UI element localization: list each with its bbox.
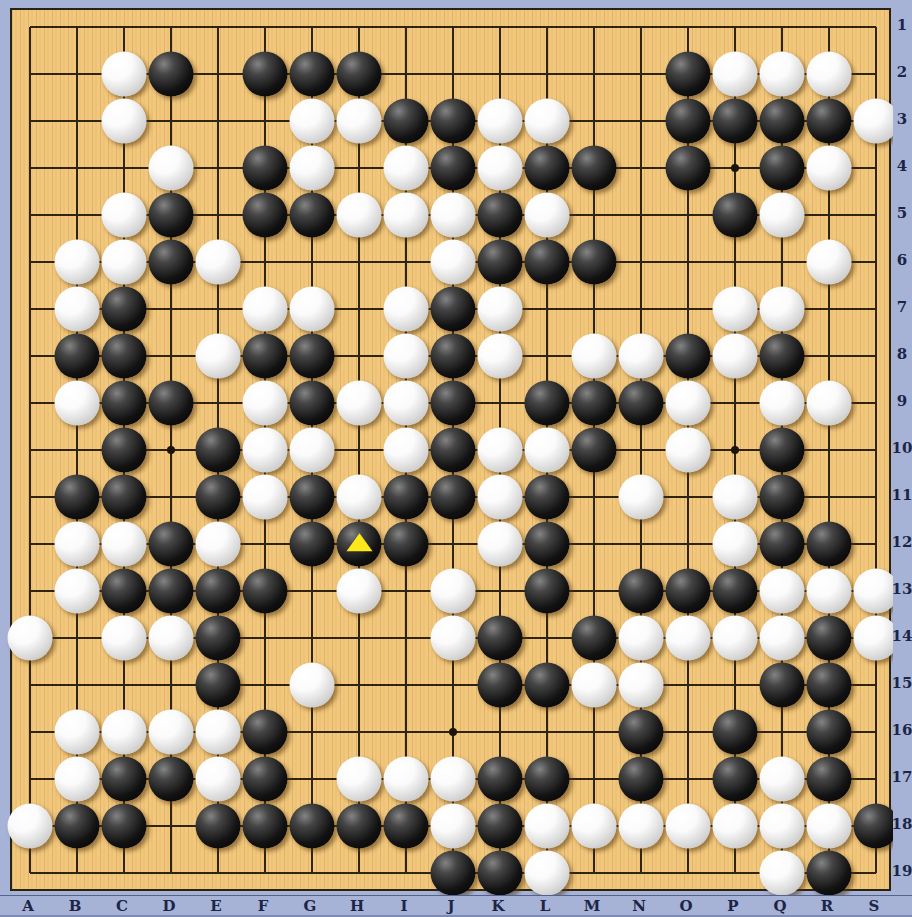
black-stone [760,522,805,567]
grid-line-horizontal [30,684,876,686]
black-stone [713,569,758,614]
white-stone [384,428,429,473]
white-stone [337,99,382,144]
black-stone [102,475,147,520]
black-stone [431,428,476,473]
black-stone [290,193,335,238]
white-stone [478,475,523,520]
white-stone [807,52,852,97]
black-stone [337,522,382,567]
last-move-triangle-marker [346,533,372,551]
column-label: D [162,897,175,915]
column-label: Q [773,897,786,915]
row-label: 4 [897,157,907,175]
white-stone [102,99,147,144]
white-stone [102,52,147,97]
column-label: M [584,897,601,915]
white-stone [55,381,100,426]
white-stone [431,616,476,661]
column-label: A [22,897,34,915]
white-stone [666,804,711,849]
black-stone [525,240,570,285]
black-stone [713,710,758,755]
white-stone [8,616,53,661]
white-stone [196,334,241,379]
black-stone [760,146,805,191]
white-stone [431,757,476,802]
white-stone [525,428,570,473]
row-label: 7 [897,298,907,316]
white-stone [807,804,852,849]
white-stone [713,52,758,97]
black-stone [243,52,288,97]
column-label: G [304,897,317,915]
white-stone [478,334,523,379]
black-stone [290,381,335,426]
row-label: 10 [892,439,912,457]
black-stone [196,663,241,708]
white-stone [619,804,664,849]
black-stone [196,569,241,614]
black-stone [102,334,147,379]
white-stone [666,381,711,426]
hoshi-star-point [167,446,175,454]
white-stone [572,663,617,708]
black-stone [478,193,523,238]
white-stone [478,99,523,144]
white-stone [149,710,194,755]
white-stone [525,804,570,849]
black-stone [619,569,664,614]
black-stone [243,334,288,379]
black-stone [243,710,288,755]
black-stone [619,757,664,802]
black-stone [243,193,288,238]
black-stone [666,99,711,144]
white-stone [760,381,805,426]
column-label: J [447,897,454,915]
black-stone [102,804,147,849]
black-stone [290,804,335,849]
black-stone [666,146,711,191]
white-stone [290,428,335,473]
white-stone [478,287,523,332]
white-stone [431,569,476,614]
white-stone [102,616,147,661]
white-stone [55,710,100,755]
row-label: 3 [897,110,907,128]
black-stone [102,569,147,614]
black-stone [572,616,617,661]
black-stone [290,334,335,379]
white-stone [431,804,476,849]
row-label: 13 [892,580,912,598]
white-stone [713,475,758,520]
black-stone [713,99,758,144]
black-stone [760,99,805,144]
white-stone [196,240,241,285]
hoshi-star-point [449,728,457,736]
white-stone [572,804,617,849]
black-stone [149,381,194,426]
white-stone [243,381,288,426]
black-stone [807,99,852,144]
column-label: P [727,897,738,915]
row-label: 8 [897,345,907,363]
column-label: C [116,897,128,915]
grid-line-vertical [875,27,877,873]
white-stone [854,99,899,144]
white-stone [55,287,100,332]
white-stone [807,240,852,285]
black-stone [55,804,100,849]
white-stone [760,757,805,802]
white-stone [196,522,241,567]
column-label: H [350,897,364,915]
white-stone [760,52,805,97]
row-label: 1 [897,16,907,34]
white-stone [290,99,335,144]
black-stone [760,663,805,708]
black-stone [337,804,382,849]
column-label: L [540,897,551,915]
white-stone [619,334,664,379]
white-stone [337,569,382,614]
white-stone [384,146,429,191]
hoshi-star-point [731,164,739,172]
white-stone [55,569,100,614]
black-stone [478,616,523,661]
row-label: 14 [892,627,912,645]
black-stone [243,146,288,191]
black-stone [572,240,617,285]
white-stone [525,99,570,144]
column-label: R [821,897,833,915]
white-stone [619,663,664,708]
row-label: 2 [897,63,907,81]
white-stone [478,522,523,567]
white-stone [149,616,194,661]
black-stone [196,475,241,520]
row-label: 16 [892,721,912,739]
white-stone [431,193,476,238]
white-stone [619,616,664,661]
black-stone [149,522,194,567]
black-stone [55,334,100,379]
white-stone [666,428,711,473]
row-label: 18 [892,815,912,833]
row-label: 12 [892,533,912,551]
black-stone [196,616,241,661]
black-stone [807,616,852,661]
white-stone [619,475,664,520]
white-stone [243,475,288,520]
white-stone [102,240,147,285]
black-stone [807,757,852,802]
white-stone [713,334,758,379]
black-stone [431,99,476,144]
black-stone [431,146,476,191]
white-stone [525,193,570,238]
white-stone [713,804,758,849]
white-stone [337,757,382,802]
black-stone [243,757,288,802]
black-stone [243,804,288,849]
row-label: 17 [892,768,912,786]
white-stone [760,851,805,896]
row-label: 19 [892,862,912,880]
white-stone [243,428,288,473]
column-label: N [632,897,646,915]
white-stone [196,757,241,802]
white-stone [384,381,429,426]
white-stone [102,710,147,755]
black-stone [666,52,711,97]
black-stone [290,522,335,567]
black-stone [290,475,335,520]
white-stone [431,240,476,285]
white-stone [760,287,805,332]
black-stone [243,569,288,614]
row-label: 9 [897,392,907,410]
black-stone [478,804,523,849]
white-stone [384,757,429,802]
white-stone [384,334,429,379]
row-label: 11 [892,486,912,504]
black-stone [478,663,523,708]
black-stone [807,522,852,567]
row-label: 6 [897,251,907,269]
white-stone [102,193,147,238]
black-stone [713,757,758,802]
white-stone [55,522,100,567]
black-stone [102,381,147,426]
white-stone [8,804,53,849]
black-stone [384,804,429,849]
black-stone [337,52,382,97]
black-stone [525,757,570,802]
black-stone [666,569,711,614]
black-stone [384,522,429,567]
black-stone [478,240,523,285]
white-stone [572,334,617,379]
black-stone [102,287,147,332]
white-stone [525,851,570,896]
column-label: B [69,897,82,915]
black-stone [760,428,805,473]
white-stone [337,381,382,426]
white-stone [666,616,711,661]
white-stone [478,428,523,473]
black-stone [384,475,429,520]
black-stone [525,475,570,520]
white-stone [290,663,335,708]
black-stone [525,522,570,567]
white-stone [384,287,429,332]
black-stone [572,381,617,426]
black-stone [55,475,100,520]
white-stone [149,146,194,191]
black-stone [478,757,523,802]
white-stone [713,616,758,661]
column-label: F [258,897,269,915]
column-label: E [210,897,221,915]
black-stone [149,569,194,614]
column-label: S [869,897,880,915]
black-stone [149,193,194,238]
white-stone [713,522,758,567]
white-stone [807,381,852,426]
black-stone [149,52,194,97]
black-stone [102,428,147,473]
goban[interactable] [10,8,891,891]
black-stone [525,146,570,191]
black-stone [431,381,476,426]
white-stone [290,146,335,191]
black-stone [384,99,429,144]
white-stone [55,757,100,802]
row-label: 5 [897,204,907,222]
row-label: 15 [892,674,912,692]
black-stone [525,381,570,426]
black-stone [525,663,570,708]
black-stone [431,287,476,332]
white-stone [760,193,805,238]
go-app-window: ABCDEFGHIJKLMNOPQRS123456789101112131415… [0,0,912,917]
white-stone [478,146,523,191]
white-stone [807,146,852,191]
black-stone [431,475,476,520]
black-stone [807,710,852,755]
white-stone [196,710,241,755]
white-stone [760,569,805,614]
black-stone [619,381,664,426]
white-stone [807,569,852,614]
white-stone [243,287,288,332]
black-stone [760,334,805,379]
black-stone [525,569,570,614]
white-stone [760,616,805,661]
white-stone [290,287,335,332]
black-stone [102,757,147,802]
black-stone [713,193,758,238]
white-stone [337,193,382,238]
black-stone [149,240,194,285]
black-stone [572,428,617,473]
white-stone [337,475,382,520]
black-stone [572,146,617,191]
black-stone [666,334,711,379]
black-stone [807,663,852,708]
black-stone [196,804,241,849]
column-label: I [400,897,407,915]
white-stone [102,522,147,567]
black-stone [619,710,664,755]
white-stone [55,240,100,285]
black-stone [431,851,476,896]
black-stone [290,52,335,97]
white-stone [760,804,805,849]
black-stone [760,475,805,520]
black-stone [431,334,476,379]
column-label: K [491,897,504,915]
column-label: O [679,897,692,915]
black-stone [196,428,241,473]
black-stone [149,757,194,802]
hoshi-star-point [731,446,739,454]
white-stone [384,193,429,238]
black-stone [478,851,523,896]
black-stone [807,851,852,896]
white-stone [713,287,758,332]
